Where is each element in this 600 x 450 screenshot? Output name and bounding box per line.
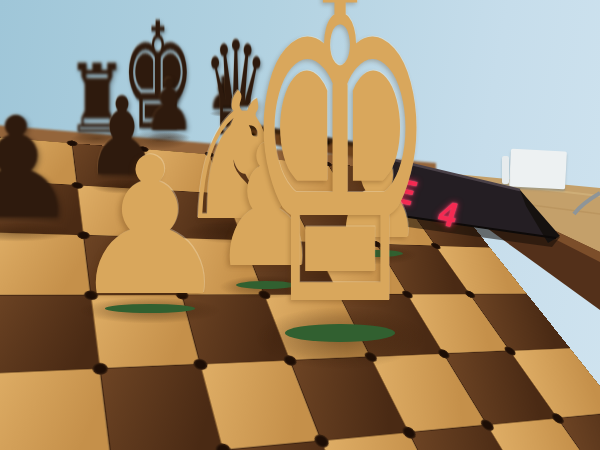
white-pawn-left: ♟ xyxy=(69,133,231,323)
white-king: ♚ xyxy=(242,0,438,370)
dark-pawn-far-left: ♟ xyxy=(0,99,79,239)
photo-stage: E 4 ♟♜♚♟♛♟♟♞♟♟♟♚ xyxy=(0,0,600,450)
